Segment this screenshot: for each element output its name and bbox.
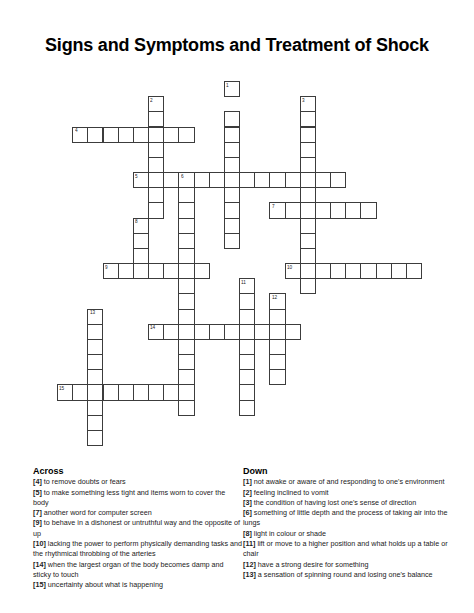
grid-cell[interactable] [300,142,316,158]
grid-cell[interactable] [285,202,301,218]
grid-cell[interactable] [345,263,361,279]
clue-item: [2] feeling inclined to vomit [243,488,463,498]
grid-cell[interactable] [239,369,255,385]
grid-cell[interactable] [224,111,240,127]
puzzle-title: Signs and Symptoms and Treatment of Shoc… [0,35,474,56]
grid-cell[interactable] [87,339,103,355]
clue-item: [8] light in colour or shade [243,529,463,539]
grid-cell[interactable] [239,309,255,325]
grid-cell[interactable] [178,233,194,249]
clue-item: [1] not awake or aware of and responding… [243,477,463,487]
grid-cell[interactable] [178,369,194,385]
cell-clue-number: 14 [150,325,155,330]
across-clue-list: [4] to remove doubts or fears[5] to make… [33,477,242,590]
grid-cell[interactable] [133,233,149,249]
grid-cell[interactable] [178,127,194,143]
grid-cell[interactable] [224,142,240,158]
grid-cell[interactable] [178,263,194,279]
grid-cell[interactable] [224,218,240,234]
grid-cell[interactable] [118,384,134,400]
grid-cell[interactable]: 2 [148,96,164,112]
clue-item: [11] lift or move to a higher position a… [243,539,463,560]
grid-cell[interactable]: 1 [224,81,240,97]
clue-item-number: [11] [243,539,255,548]
cell-clue-number: 4 [75,128,78,133]
grid-cell[interactable] [178,202,194,218]
grid-cell[interactable] [87,430,103,446]
grid-cell[interactable] [209,172,225,188]
grid-cell[interactable] [360,263,376,279]
grid-cell[interactable] [178,400,194,416]
grid-cell[interactable] [224,157,240,173]
grid-cell[interactable] [87,127,103,143]
down-heading: Down [243,466,463,476]
grid-cell[interactable] [87,354,103,370]
clue-item-text: to behave in a dishonest or untruthful w… [33,518,240,537]
cell-clue-number: 9 [105,265,108,270]
grid-cell[interactable] [254,172,270,188]
grid-cell[interactable] [87,324,103,340]
clue-item: [3] the condition of having lost one's s… [243,498,463,508]
grid-cell[interactable] [178,384,194,400]
grid-cell[interactable] [163,263,179,279]
grid-cell[interactable] [148,263,164,279]
grid-cell[interactable] [133,248,149,264]
grid-cell[interactable]: 3 [300,96,316,112]
clue-item: [12] have a strong desire for something [243,560,463,570]
clue-item-number: [9] [33,518,42,527]
down-clue-list: [1] not awake or aware of and responding… [243,477,463,580]
grid-cell[interactable] [269,324,285,340]
clue-item: [9] to behave in a dishonest or untruthf… [33,518,242,539]
grid-cell[interactable] [300,202,316,218]
clue-item-text: to remove doubts or fears [42,477,126,486]
clue-item-text: have a strong desire for something [256,560,369,569]
clue-item-text: uncertainty about what is happening [46,580,163,589]
grid-cell[interactable] [194,324,210,340]
clue-item: [4] to remove doubts or fears [33,477,242,487]
grid-cell[interactable] [148,111,164,127]
clue-item-text: feeling inclined to vomit [252,488,329,497]
grid-cell[interactable] [224,127,240,143]
grid-cell[interactable] [178,278,194,294]
grid-cell[interactable] [285,172,301,188]
grid-cell[interactable] [300,218,316,234]
cell-clue-number: 3 [302,98,305,103]
grid-cell[interactable] [330,172,346,188]
clue-item-text: lift or move to a higher position and wh… [243,539,448,558]
clue-item-text: another word for computer screen [42,508,152,517]
grid-cell[interactable] [148,384,164,400]
clue-item-text: a sensation of spinning round and losing… [256,570,433,579]
grid-cell[interactable] [224,172,240,188]
grid-cell[interactable]: 10 [285,263,301,279]
grid-cell[interactable] [406,263,422,279]
clue-item-text: the condition of having lost one's sense… [252,498,416,507]
clue-item-number: [2] [243,488,252,497]
grid-cell[interactable] [239,172,255,188]
grid-cell[interactable] [133,263,149,279]
grid-cell[interactable] [87,384,103,400]
clue-item: [15] uncertainty about what is happening [33,580,242,590]
clue-item: [7] another word for computer screen [33,508,242,518]
grid-cell[interactable] [300,157,316,173]
grid-cell[interactable] [300,278,316,294]
cell-clue-number: 15 [59,386,64,391]
grid-cell[interactable] [178,293,194,309]
grid-cell[interactable] [300,248,316,264]
across-heading: Across [33,466,242,476]
clue-item: [14] when the largest organ of the body … [33,560,242,581]
grid-cell[interactable] [148,202,164,218]
grid-cell[interactable] [345,202,361,218]
cell-clue-number: 13 [90,310,95,315]
grid-cell[interactable]: 11 [239,278,255,294]
grid-cell[interactable] [194,263,210,279]
grid-cell[interactable] [239,384,255,400]
grid-cell[interactable]: 8 [133,218,149,234]
grid-cell[interactable] [239,400,255,416]
grid-cell[interactable] [163,384,179,400]
grid-cell[interactable] [72,384,88,400]
grid-cell[interactable] [224,187,240,203]
grid-cell[interactable] [269,309,285,325]
clue-item: [5] to make something less tight and ite… [33,488,242,509]
grid-cell[interactable] [178,309,194,325]
grid-cell[interactable] [87,400,103,416]
grid-cell[interactable] [330,202,346,218]
grid-cell[interactable]: 13 [87,309,103,325]
grid-cell[interactable]: 12 [269,293,285,309]
grid-cell[interactable] [300,111,316,127]
clue-item-number: [6] [243,508,252,517]
grid-cell[interactable] [269,339,285,355]
clue-item: [13] a sensation of spinning round and l… [243,570,463,580]
grid-cell[interactable] [178,354,194,370]
clue-item-number: [8] [243,529,252,538]
cell-clue-number: 1 [226,83,229,88]
grid-cell[interactable] [300,233,316,249]
grid-cell[interactable]: 4 [72,127,88,143]
grid-cell[interactable] [118,127,134,143]
grid-cell[interactable] [103,127,119,143]
grid-cell[interactable] [163,127,179,143]
cell-clue-number: 7 [272,204,275,209]
grid-cell[interactable] [224,324,240,340]
grid-cell[interactable] [239,354,255,370]
clue-item-text: to make something less tight and items w… [33,488,225,507]
grid-cell[interactable] [269,172,285,188]
clue-item-number: [4] [33,477,42,486]
clue-item-text: when the largest organ of the body becom… [33,560,224,579]
cell-clue-number: 2 [150,98,153,103]
clue-item-text: something of little depth and the proces… [243,508,448,527]
grid-cell[interactable] [163,324,179,340]
grid-cell[interactable]: 9 [103,263,119,279]
grid-cell[interactable] [87,369,103,385]
grid-cell[interactable] [315,172,331,188]
clue-item-number: [15] [33,580,46,589]
grid-cell[interactable] [330,263,346,279]
clue-item-number: [13] [243,570,256,579]
cell-clue-number: 12 [272,295,277,300]
grid-cell[interactable] [315,263,331,279]
grid-cell[interactable] [391,263,407,279]
grid-cell[interactable]: 15 [57,384,73,400]
grid-cell[interactable] [300,263,316,279]
clue-item: [10] lacking the power to perform physic… [33,539,242,560]
grid-cell[interactable] [300,187,316,203]
worksheet-page: Signs and Symptoms and Treatment of Shoc… [0,0,474,613]
clue-item-text: not awake or aware of and responding to … [252,477,445,486]
clue-item-number: [1] [243,477,252,486]
grid-cell[interactable] [254,324,270,340]
grid-cell[interactable] [209,324,225,340]
grid-cell[interactable] [300,127,316,143]
grid-cell[interactable] [269,354,285,370]
grid-cell[interactable] [239,324,255,340]
clue-item-text: lacking the power to perform physically … [33,539,242,558]
grid-cell[interactable] [148,187,164,203]
across-clues-section: Across [4] to remove doubts or fears[5] … [33,466,242,591]
clue-item-number: [10] [33,539,46,548]
clue-item: [6] something of little depth and the pr… [243,508,463,529]
grid-cell[interactable] [239,339,255,355]
grid-cell[interactable] [148,157,164,173]
grid-cell[interactable] [194,172,210,188]
grid-cell[interactable]: 7 [269,202,285,218]
grid-cell[interactable] [118,263,134,279]
cell-clue-number: 11 [241,280,246,285]
grid-cell[interactable] [178,187,194,203]
grid-cell[interactable] [133,384,149,400]
cell-clue-number: 8 [135,219,138,224]
grid-cell[interactable]: 6 [178,172,194,188]
grid-cell[interactable] [178,218,194,234]
grid-cell[interactable] [87,415,103,431]
grid-cell[interactable]: 14 [148,324,164,340]
grid-cell[interactable] [269,369,285,385]
grid-cell[interactable] [315,202,331,218]
clue-item-number: [7] [33,508,42,517]
clue-item-text: light in colour or shade [252,529,326,538]
grid-cell[interactable] [285,324,301,340]
grid-cell[interactable] [148,142,164,158]
grid-cell[interactable] [376,263,392,279]
cell-clue-number: 10 [287,265,292,270]
cell-clue-number: 6 [181,174,184,179]
clue-item-number: [14] [33,560,46,569]
grid-cell[interactable] [148,127,164,143]
grid-cell[interactable] [148,172,164,188]
grid-cell[interactable] [103,384,119,400]
clue-item-number: [12] [243,560,256,569]
grid-cell[interactable] [224,202,240,218]
grid-cell[interactable] [239,293,255,309]
down-clues-section: Down [1] not awake or aware of and respo… [243,466,463,580]
clue-item-number: [3] [243,498,252,507]
grid-cell[interactable] [360,202,376,218]
grid-cell[interactable] [163,172,179,188]
grid-cell[interactable] [300,172,316,188]
cell-clue-number: 5 [135,174,138,179]
grid-cell[interactable] [178,324,194,340]
grid-cell[interactable]: 5 [133,172,149,188]
grid-cell[interactable] [133,127,149,143]
crossword-grid: 123456789101112131415 [57,81,423,447]
grid-cell[interactable] [178,248,194,264]
clue-item-number: [5] [33,488,42,497]
grid-cell[interactable] [224,233,240,249]
grid-cell[interactable] [178,339,194,355]
